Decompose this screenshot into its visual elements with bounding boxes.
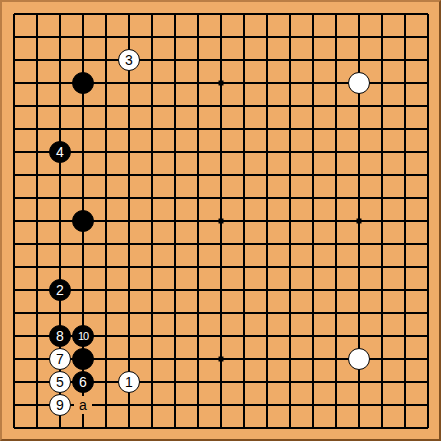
move-number: 3 [125, 53, 133, 67]
black-stone [72, 348, 94, 370]
black-stone: 2 [49, 279, 71, 301]
black-stone [72, 72, 94, 94]
white-stone [348, 348, 370, 370]
stone-white-move-5: 5 [49, 371, 72, 394]
black-stone: 4 [49, 141, 71, 163]
go-board: 12345678910a [2, 2, 439, 439]
move-number: 5 [56, 375, 64, 389]
stone-black [72, 348, 95, 371]
point-label: a [74, 396, 92, 414]
stone-white [348, 72, 371, 95]
black-stone: 6 [72, 371, 94, 393]
stone-black-move-4: 4 [49, 141, 72, 164]
white-stone: 5 [49, 371, 71, 393]
stone-white [348, 348, 371, 371]
white-stone [348, 72, 370, 94]
stone-black-move-2: 2 [49, 279, 72, 302]
white-stone: 9 [49, 394, 71, 416]
black-stone: 8 [49, 325, 71, 347]
stone-white-move-3: 3 [118, 49, 141, 72]
stone-white-move-9: 9 [49, 394, 72, 417]
go-diagram: 12345678910a [0, 0, 441, 441]
white-stone: 3 [118, 49, 140, 71]
white-stone: 7 [49, 348, 71, 370]
stone-black-move-8: 8 [49, 325, 72, 348]
move-number: 8 [56, 329, 64, 343]
white-stone: 1 [118, 371, 140, 393]
stone-black [72, 210, 95, 233]
black-stone: 10 [72, 325, 94, 347]
move-number: 10 [78, 331, 88, 342]
move-number: 7 [56, 352, 64, 366]
stone-white-move-7: 7 [49, 348, 72, 371]
goban: 12345678910a [3, 3, 440, 440]
stone-white-move-1: 1 [118, 371, 141, 394]
stone-black-move-10: 10 [72, 325, 95, 348]
move-number: 9 [56, 398, 64, 412]
move-number: 6 [79, 375, 87, 389]
point-label-a: a [72, 394, 95, 417]
stone-black-move-6: 6 [72, 371, 95, 394]
move-number: 2 [56, 283, 64, 297]
move-number: 4 [56, 145, 64, 159]
move-number: 1 [125, 375, 133, 389]
black-stone [72, 210, 94, 232]
stone-black [72, 72, 95, 95]
